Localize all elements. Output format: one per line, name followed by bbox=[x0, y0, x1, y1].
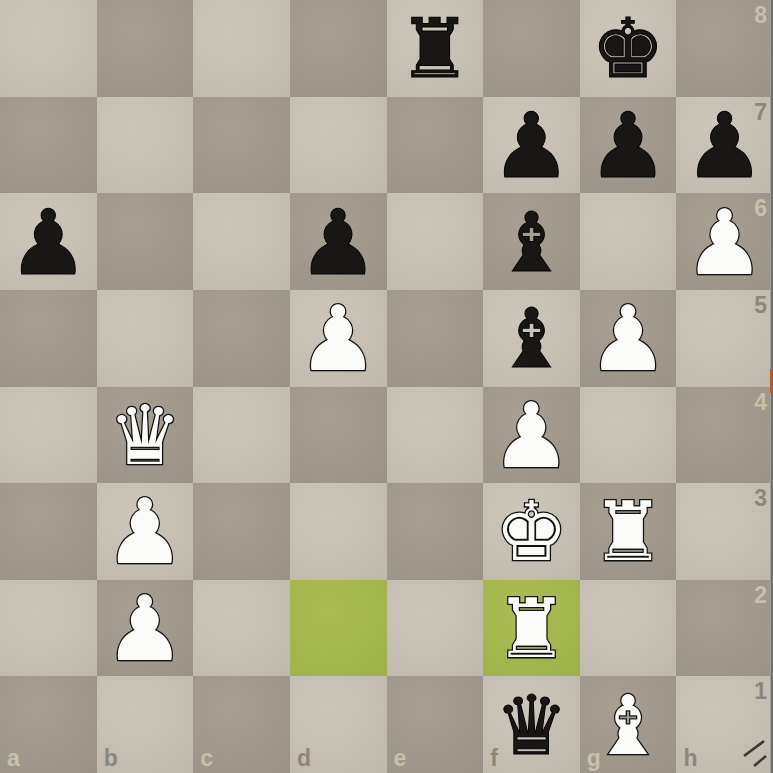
square-e5[interactable] bbox=[387, 290, 484, 387]
square-e8[interactable]: ♜ bbox=[387, 0, 484, 97]
white-pawn[interactable]: ♟ bbox=[588, 294, 669, 384]
square-a6[interactable]: ♟ bbox=[0, 193, 97, 290]
square-h6[interactable]: 6♟ bbox=[676, 193, 773, 290]
black-pawn[interactable]: ♟ bbox=[8, 198, 89, 288]
black-pawn[interactable]: ♟ bbox=[588, 101, 669, 191]
square-a3[interactable] bbox=[0, 483, 97, 580]
square-b7[interactable] bbox=[97, 97, 194, 194]
resize-diagonal-icon bbox=[743, 739, 768, 767]
file-label-b: b bbox=[104, 747, 118, 770]
file-label-c: c bbox=[200, 747, 213, 770]
square-g2[interactable] bbox=[580, 580, 677, 677]
rank-label-1: 1 bbox=[754, 680, 767, 703]
square-d8[interactable] bbox=[290, 0, 387, 97]
square-d3[interactable] bbox=[290, 483, 387, 580]
rank-label-2: 2 bbox=[754, 584, 767, 607]
square-a7[interactable] bbox=[0, 97, 97, 194]
square-c4[interactable] bbox=[193, 387, 290, 484]
white-queen[interactable]: ♛ bbox=[108, 395, 182, 477]
square-f7[interactable]: ♟ bbox=[483, 97, 580, 194]
square-e6[interactable] bbox=[387, 193, 484, 290]
square-d5[interactable]: ♟ bbox=[290, 290, 387, 387]
white-bishop[interactable]: ♝ bbox=[591, 685, 665, 767]
square-f6[interactable]: ♝ bbox=[483, 193, 580, 290]
square-b8[interactable] bbox=[97, 0, 194, 97]
square-f4[interactable]: ♟ bbox=[483, 387, 580, 484]
square-b5[interactable] bbox=[97, 290, 194, 387]
white-pawn[interactable]: ♟ bbox=[105, 487, 186, 577]
file-label-d: d bbox=[297, 747, 311, 770]
black-pawn[interactable]: ♟ bbox=[684, 101, 765, 191]
white-pawn[interactable]: ♟ bbox=[298, 294, 379, 384]
square-c7[interactable] bbox=[193, 97, 290, 194]
black-rook[interactable]: ♜ bbox=[398, 8, 472, 90]
square-c2[interactable] bbox=[193, 580, 290, 677]
square-d2[interactable] bbox=[290, 580, 387, 677]
square-f2[interactable]: ♜ bbox=[483, 580, 580, 677]
square-h7[interactable]: 7♟ bbox=[676, 97, 773, 194]
square-b1[interactable]: b bbox=[97, 676, 194, 773]
square-d1[interactable]: d bbox=[290, 676, 387, 773]
square-a2[interactable] bbox=[0, 580, 97, 677]
square-h2[interactable]: 2 bbox=[676, 580, 773, 677]
square-b2[interactable]: ♟ bbox=[97, 580, 194, 677]
white-pawn[interactable]: ♟ bbox=[684, 198, 765, 288]
black-bishop[interactable]: ♝ bbox=[495, 298, 569, 380]
square-a1[interactable]: a bbox=[0, 676, 97, 773]
square-e2[interactable] bbox=[387, 580, 484, 677]
square-g7[interactable]: ♟ bbox=[580, 97, 677, 194]
square-g6[interactable] bbox=[580, 193, 677, 290]
square-g4[interactable] bbox=[580, 387, 677, 484]
square-h3[interactable]: 3 bbox=[676, 483, 773, 580]
black-pawn[interactable]: ♟ bbox=[298, 198, 379, 288]
square-g8[interactable]: ♚ bbox=[580, 0, 677, 97]
square-e3[interactable] bbox=[387, 483, 484, 580]
white-rook[interactable]: ♜ bbox=[591, 491, 665, 573]
white-pawn[interactable]: ♟ bbox=[105, 584, 186, 674]
square-f5[interactable]: ♝ bbox=[483, 290, 580, 387]
square-a5[interactable] bbox=[0, 290, 97, 387]
file-label-h: h bbox=[683, 747, 697, 770]
square-e7[interactable] bbox=[387, 97, 484, 194]
black-pawn[interactable]: ♟ bbox=[491, 101, 572, 191]
square-c6[interactable] bbox=[193, 193, 290, 290]
square-d6[interactable]: ♟ bbox=[290, 193, 387, 290]
chess-app: ♜♚8♟♟7♟♟♟♝6♟♟♝♟5♛♟4♟♚♜3♟♜2abcdef♛g♝1h bbox=[0, 0, 773, 773]
rank-label-8: 8 bbox=[754, 4, 767, 27]
square-f3[interactable]: ♚ bbox=[483, 483, 580, 580]
black-queen[interactable]: ♛ bbox=[495, 685, 569, 767]
white-king[interactable]: ♚ bbox=[495, 491, 569, 573]
chess-board: ♜♚8♟♟7♟♟♟♝6♟♟♝♟5♛♟4♟♚♜3♟♜2abcdef♛g♝1h bbox=[0, 0, 773, 773]
square-h4[interactable]: 4 bbox=[676, 387, 773, 484]
file-label-e: e bbox=[394, 747, 407, 770]
square-g3[interactable]: ♜ bbox=[580, 483, 677, 580]
square-c3[interactable] bbox=[193, 483, 290, 580]
square-g5[interactable]: ♟ bbox=[580, 290, 677, 387]
rank-label-4: 4 bbox=[754, 391, 767, 414]
rank-label-3: 3 bbox=[754, 487, 767, 510]
black-king[interactable]: ♚ bbox=[591, 8, 665, 90]
square-b3[interactable]: ♟ bbox=[97, 483, 194, 580]
white-rook[interactable]: ♜ bbox=[495, 588, 569, 670]
square-d4[interactable] bbox=[290, 387, 387, 484]
square-b6[interactable] bbox=[97, 193, 194, 290]
square-b4[interactable]: ♛ bbox=[97, 387, 194, 484]
black-bishop[interactable]: ♝ bbox=[495, 202, 569, 284]
square-a4[interactable] bbox=[0, 387, 97, 484]
board-resize-handle[interactable] bbox=[743, 739, 768, 767]
square-a8[interactable] bbox=[0, 0, 97, 97]
square-c5[interactable] bbox=[193, 290, 290, 387]
square-f1[interactable]: f♛ bbox=[483, 676, 580, 773]
square-e4[interactable] bbox=[387, 387, 484, 484]
square-h8[interactable]: 8 bbox=[676, 0, 773, 97]
rank-label-5: 5 bbox=[754, 294, 767, 317]
square-d7[interactable] bbox=[290, 97, 387, 194]
file-label-a: a bbox=[7, 747, 20, 770]
square-f8[interactable] bbox=[483, 0, 580, 97]
square-c8[interactable] bbox=[193, 0, 290, 97]
square-c1[interactable]: c bbox=[193, 676, 290, 773]
square-g1[interactable]: g♝ bbox=[580, 676, 677, 773]
white-pawn[interactable]: ♟ bbox=[491, 391, 572, 481]
square-h5[interactable]: 5 bbox=[676, 290, 773, 387]
square-e1[interactable]: e bbox=[387, 676, 484, 773]
